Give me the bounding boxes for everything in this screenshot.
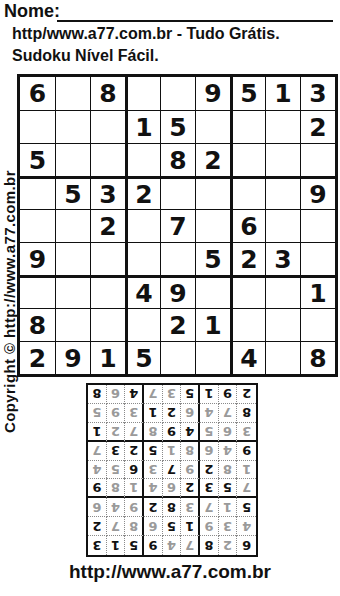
cell-r4c3[interactable]: 3 (90, 176, 125, 209)
solution-cell-r7c2: 6 (219, 423, 238, 442)
cell-r3c3[interactable] (90, 143, 125, 176)
cell-r6c4[interactable] (125, 242, 160, 275)
solution-cell-r7c5: 9 (163, 423, 182, 442)
solution-cell-r5c9: 4 (88, 461, 107, 480)
cell-r3c7[interactable] (230, 143, 265, 176)
solution-cell-r9c5: 3 (163, 385, 182, 404)
solution-cell-r3c6: 2 (144, 498, 163, 517)
solution-cell-r5c5: 7 (163, 461, 182, 480)
solution-cell-r7c4: 4 (181, 423, 200, 442)
cell-r1c1[interactable]: 6 (20, 77, 55, 110)
solution-cell-r2c1: 4 (237, 517, 256, 536)
cell-r3c2[interactable] (55, 143, 90, 176)
solution-cell-r9c2: 9 (219, 385, 238, 404)
sudoku-puzzle-grid: 68951315258253292769523491821291548 (17, 74, 338, 377)
site-title: http/www.a77.com.br - Tudo Grátis. (12, 25, 280, 43)
solution-cell-r2c3: 9 (200, 517, 219, 536)
solution-cell-r5c8: 5 (107, 461, 126, 480)
solution-cell-r3c9: 6 (88, 498, 107, 517)
solution-cell-r1c8: 1 (107, 536, 126, 555)
solution-cell-r4c4: 2 (181, 479, 200, 498)
solution-cell-r3c2: 1 (219, 498, 238, 517)
cell-r7c9[interactable]: 1 (300, 275, 335, 308)
cell-r6c3[interactable] (90, 242, 125, 275)
solution-cell-r4c2: 5 (219, 479, 238, 498)
cell-r4c5[interactable] (160, 176, 195, 209)
cell-r8c7[interactable] (230, 308, 265, 341)
solution-cell-r2c4: 1 (181, 517, 200, 536)
solution-cell-r8c5: 2 (163, 404, 182, 423)
cell-r4c9[interactable]: 9 (300, 176, 335, 209)
name-blank-line (57, 2, 333, 22)
solution-cell-r3c4: 3 (181, 498, 200, 517)
solution-cell-r7c9: 1 (88, 423, 107, 442)
solution-cell-r7c6: 8 (144, 423, 163, 442)
cell-r7c6[interactable] (195, 275, 230, 308)
solution-cell-r8c6: 1 (144, 404, 163, 423)
solution-cell-r4c9: 9 (88, 479, 107, 498)
cell-r9c8[interactable] (265, 341, 300, 374)
solution-cell-r3c1: 5 (237, 498, 256, 517)
cell-r7c3[interactable] (90, 275, 125, 308)
cell-r5c8[interactable] (265, 209, 300, 242)
cell-r9c1[interactable]: 2 (20, 341, 55, 374)
solution-cell-r3c5: 8 (163, 498, 182, 517)
solution-cell-r6c1: 9 (237, 442, 256, 461)
cell-r8c4[interactable] (125, 308, 160, 341)
cell-r8c2[interactable] (55, 308, 90, 341)
cell-r7c2[interactable] (55, 275, 90, 308)
name-label: Nome: (4, 1, 60, 22)
solution-cell-r6c3: 6 (200, 442, 219, 461)
cell-r5c6[interactable] (195, 209, 230, 242)
cell-r6c7[interactable]: 2 (230, 242, 265, 275)
cell-r1c5[interactable] (160, 77, 195, 110)
solution-cell-r8c2: 7 (219, 404, 238, 423)
solution-cell-r4c6: 4 (144, 479, 163, 498)
cell-r5c2[interactable] (55, 209, 90, 242)
cell-r1c2[interactable] (55, 77, 90, 110)
cell-r7c8[interactable] (265, 275, 300, 308)
solution-cell-r5c6: 3 (144, 461, 163, 480)
solution-cell-r6c2: 4 (219, 442, 238, 461)
cell-r3c4[interactable] (125, 143, 160, 176)
solution-cell-r3c8: 4 (107, 498, 126, 517)
sudoku-solution-grid-upside-down: 6287495134391568725173829467532641891829… (86, 383, 258, 557)
solution-cell-r7c1: 3 (237, 423, 256, 442)
solution-cell-r6c5: 1 (163, 442, 182, 461)
cell-r6c2[interactable] (55, 242, 90, 275)
cell-r2c1[interactable] (20, 110, 55, 143)
solution-cell-r1c6: 9 (144, 536, 163, 555)
solution-cell-r6c8: 3 (107, 442, 126, 461)
cell-r9c9[interactable]: 8 (300, 341, 335, 374)
cell-r4c2[interactable]: 5 (55, 176, 90, 209)
solution-cell-r7c8: 2 (107, 423, 126, 442)
puzzle-level-title: Sudoku Nível Fácil. (12, 47, 159, 65)
cell-r1c4[interactable] (125, 77, 160, 110)
cell-r9c6[interactable] (195, 341, 230, 374)
cell-r8c1[interactable]: 8 (20, 308, 55, 341)
cell-r2c5[interactable]: 5 (160, 110, 195, 143)
solution-cell-r7c3: 5 (200, 423, 219, 442)
copyright-vertical-text: Copyright © http://www.a77.com.br (1, 170, 18, 433)
cell-r8c3[interactable] (90, 308, 125, 341)
cell-r3c8[interactable] (265, 143, 300, 176)
cell-r7c1[interactable] (20, 275, 55, 308)
solution-cell-r6c7: 2 (125, 442, 144, 461)
cell-r5c3[interactable]: 2 (90, 209, 125, 242)
cell-r6c1[interactable]: 9 (20, 242, 55, 275)
solution-cell-r5c4: 9 (181, 461, 200, 480)
solution-cell-r8c1: 8 (237, 404, 256, 423)
solution-cell-r2c7: 8 (125, 517, 144, 536)
solution-cell-r9c3: 1 (200, 385, 219, 404)
solution-cell-r5c3: 2 (200, 461, 219, 480)
cell-r3c1[interactable]: 5 (20, 143, 55, 176)
solution-cell-r4c5: 6 (163, 479, 182, 498)
cell-r3c9[interactable] (300, 143, 335, 176)
cell-r2c8[interactable] (265, 110, 300, 143)
cell-r2c6[interactable] (195, 110, 230, 143)
solution-cell-r6c6: 5 (144, 442, 163, 461)
solution-cell-r2c5: 5 (163, 517, 182, 536)
solution-cell-r1c7: 5 (125, 536, 144, 555)
solution-cell-r1c5: 4 (163, 536, 182, 555)
cell-r1c8[interactable]: 1 (265, 77, 300, 110)
solution-cell-r9c4: 5 (181, 385, 200, 404)
solution-cell-r2c6: 6 (144, 517, 163, 536)
solution-cell-r1c1: 6 (237, 536, 256, 555)
cell-r9c7[interactable]: 4 (230, 341, 265, 374)
cell-r2c2[interactable] (55, 110, 90, 143)
solution-cell-r6c4: 8 (181, 442, 200, 461)
cell-r4c6[interactable] (195, 176, 230, 209)
cell-r9c2[interactable]: 9 (55, 341, 90, 374)
solution-cell-r8c9: 5 (88, 404, 107, 423)
cell-r5c1[interactable] (20, 209, 55, 242)
cell-r5c7[interactable]: 6 (230, 209, 265, 242)
solution-cell-r9c1: 2 (237, 385, 256, 404)
cell-r1c6[interactable]: 9 (195, 77, 230, 110)
solution-cell-r2c2: 3 (219, 517, 238, 536)
solution-cell-r6c9: 7 (88, 442, 107, 461)
cell-r4c1[interactable] (20, 176, 55, 209)
solution-cell-r1c3: 8 (200, 536, 219, 555)
cell-r2c4[interactable]: 1 (125, 110, 160, 143)
solution-cell-r3c3: 7 (200, 498, 219, 517)
cell-r3c6[interactable]: 2 (195, 143, 230, 176)
cell-r4c4[interactable]: 2 (125, 176, 160, 209)
cell-r6c8[interactable]: 3 (265, 242, 300, 275)
cell-r8c6[interactable]: 1 (195, 308, 230, 341)
cell-r6c5[interactable] (160, 242, 195, 275)
solution-cell-r9c9: 8 (88, 385, 107, 404)
cell-r3c5[interactable]: 8 (160, 143, 195, 176)
solution-cell-r1c2: 2 (219, 536, 238, 555)
cell-r1c7[interactable]: 5 (230, 77, 265, 110)
solution-cell-r2c9: 2 (88, 517, 107, 536)
solution-cell-r1c4: 7 (181, 536, 200, 555)
solution-cell-r8c7: 3 (125, 404, 144, 423)
cell-r5c9[interactable] (300, 209, 335, 242)
cell-r7c4[interactable]: 4 (125, 275, 160, 308)
cell-r5c4[interactable] (125, 209, 160, 242)
solution-cell-r4c8: 8 (107, 479, 126, 498)
solution-cell-r4c7: 1 (125, 479, 144, 498)
solution-cell-r7c7: 7 (125, 423, 144, 442)
cell-r2c7[interactable] (230, 110, 265, 143)
cell-r6c6[interactable]: 5 (195, 242, 230, 275)
solution-cell-r9c7: 4 (125, 385, 144, 404)
cell-r9c4[interactable]: 5 (125, 341, 160, 374)
cell-r8c5[interactable]: 2 (160, 308, 195, 341)
solution-cell-r5c2: 8 (219, 461, 238, 480)
cell-r7c7[interactable] (230, 275, 265, 308)
cell-r5c5[interactable]: 7 (160, 209, 195, 242)
solution-cell-r5c1: 1 (237, 461, 256, 480)
footer-url: http://www.a77.com.br (0, 561, 340, 583)
cell-r8c8[interactable] (265, 308, 300, 341)
solution-cell-r9c6: 7 (144, 385, 163, 404)
solution-cell-r8c8: 9 (107, 404, 126, 423)
solution-cell-r2c8: 7 (107, 517, 126, 536)
solution-cell-r1c9: 3 (88, 536, 107, 555)
cell-r8c9[interactable] (300, 308, 335, 341)
cell-r2c3[interactable] (90, 110, 125, 143)
solution-cell-r5c7: 6 (125, 461, 144, 480)
solution-cell-r4c1: 7 (237, 479, 256, 498)
cell-r7c5[interactable]: 9 (160, 275, 195, 308)
cell-r4c8[interactable] (265, 176, 300, 209)
cell-r6c9[interactable] (300, 242, 335, 275)
cell-r9c3[interactable]: 1 (90, 341, 125, 374)
solution-cell-r8c4: 6 (181, 404, 200, 423)
cell-r1c9[interactable]: 3 (300, 77, 335, 110)
cell-r1c3[interactable]: 8 (90, 77, 125, 110)
cell-r4c7[interactable] (230, 176, 265, 209)
cell-r2c9[interactable]: 2 (300, 110, 335, 143)
solution-cell-r8c3: 4 (200, 404, 219, 423)
solution-cell-r3c7: 9 (125, 498, 144, 517)
solution-cell-r4c3: 3 (200, 479, 219, 498)
solution-cell-r9c8: 6 (107, 385, 126, 404)
cell-r9c5[interactable] (160, 341, 195, 374)
